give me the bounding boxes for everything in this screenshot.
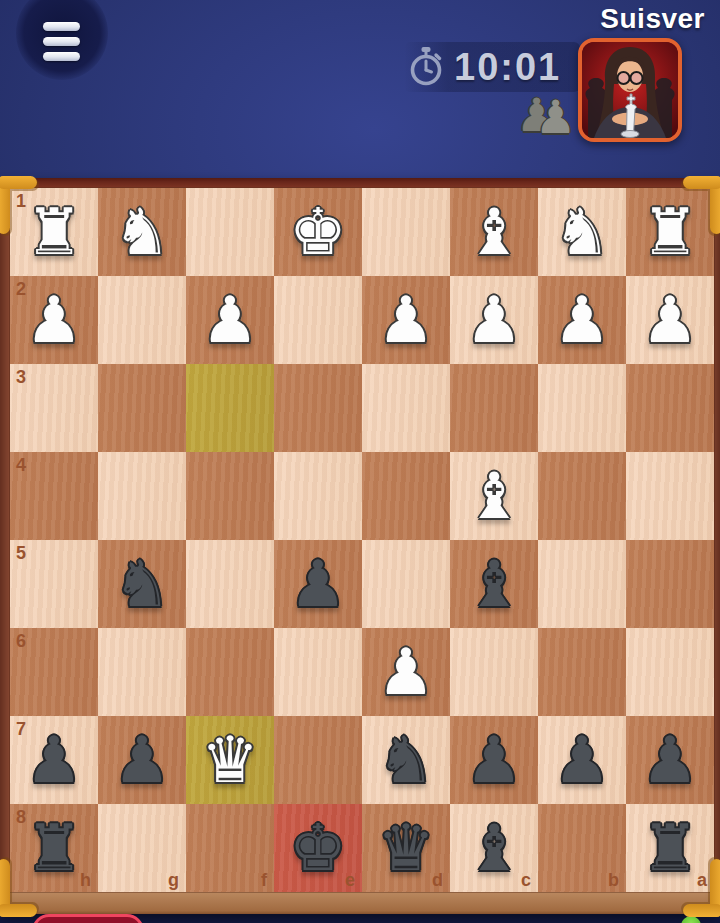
square-c7[interactable]: ♟: [450, 716, 538, 804]
square-f5[interactable]: [186, 540, 274, 628]
square-b6[interactable]: [538, 628, 626, 716]
square-e7[interactable]: [274, 716, 362, 804]
app-screen: Suisver 10:01 ♟ ♟: [0, 0, 720, 923]
file-label-c: c: [521, 870, 531, 891]
square-e3[interactable]: [274, 364, 362, 452]
square-h3[interactable]: 3: [10, 364, 98, 452]
captured-pieces-tray: ♟ ♟: [516, 92, 580, 148]
square-h2[interactable]: 2♟: [10, 276, 98, 364]
black-pawn-g7[interactable]: ♟: [113, 728, 170, 792]
square-b7[interactable]: ♟: [538, 716, 626, 804]
opponent-name: Suisver: [600, 3, 705, 35]
player-status-dot: [681, 916, 701, 923]
black-knight-d7[interactable]: ♞: [377, 728, 434, 792]
rank-label-8: 8: [16, 807, 26, 828]
square-d8[interactable]: d♛: [362, 804, 450, 892]
rank-label-4: 4: [16, 455, 26, 476]
rank-label-5: 5: [16, 543, 26, 564]
stopwatch-icon: [408, 46, 444, 88]
square-g3[interactable]: [98, 364, 186, 452]
square-h7[interactable]: 7♟: [10, 716, 98, 804]
opponent-avatar[interactable]: [578, 38, 682, 142]
square-h5[interactable]: 5: [10, 540, 98, 628]
rank-label-7: 7: [16, 719, 26, 740]
file-label-d: d: [432, 870, 443, 891]
opponent-timer: 10:01: [404, 42, 580, 92]
square-a8[interactable]: a♜: [626, 804, 714, 892]
square-d4[interactable]: [362, 452, 450, 540]
captured-black-pawn-icon: ♟: [535, 94, 576, 140]
rank-label-3: 3: [16, 367, 26, 388]
hamburger-bar: [43, 22, 80, 31]
square-b2[interactable]: ♟: [538, 276, 626, 364]
square-h4[interactable]: 4: [10, 452, 98, 540]
square-f4[interactable]: [186, 452, 274, 540]
square-g1[interactable]: ♞: [98, 188, 186, 276]
square-d7[interactable]: ♞: [362, 716, 450, 804]
square-f7[interactable]: ♛: [186, 716, 274, 804]
file-label-a: a: [697, 870, 707, 891]
square-g6[interactable]: [98, 628, 186, 716]
square-g4[interactable]: [98, 452, 186, 540]
black-knight-g5[interactable]: ♞: [113, 552, 170, 616]
square-d1[interactable]: [362, 188, 450, 276]
timer-value: 10:01: [454, 46, 561, 89]
white-pawn-d6[interactable]: ♟: [377, 640, 434, 704]
square-c5[interactable]: ♝: [450, 540, 538, 628]
square-f3[interactable]: [186, 364, 274, 452]
square-c8[interactable]: c♝: [450, 804, 538, 892]
square-f6[interactable]: [186, 628, 274, 716]
square-d6[interactable]: ♟: [362, 628, 450, 716]
square-d3[interactable]: [362, 364, 450, 452]
square-f8[interactable]: f: [186, 804, 274, 892]
avatar-illustration: [582, 42, 678, 138]
square-g7[interactable]: ♟: [98, 716, 186, 804]
square-f1[interactable]: [186, 188, 274, 276]
square-g2[interactable]: [98, 276, 186, 364]
square-c3[interactable]: [450, 364, 538, 452]
black-bishop-c5[interactable]: ♝: [465, 552, 522, 616]
white-knight-b1[interactable]: ♞: [553, 200, 610, 264]
chess-board: 1♜♞♚♝♞♜2♟♟♟♟♟♟34♝5♞♟♝6♟7♟♟♛♞♟♟♟8h♜gfe♚d♛…: [0, 178, 720, 914]
square-a4[interactable]: [626, 452, 714, 540]
square-g8[interactable]: g: [98, 804, 186, 892]
rank-label-1: 1: [16, 191, 26, 212]
rank-label-2: 2: [16, 279, 26, 300]
square-c6[interactable]: [450, 628, 538, 716]
square-e5[interactable]: ♟: [274, 540, 362, 628]
white-pawn-h2[interactable]: ♟: [25, 288, 82, 352]
square-a1[interactable]: ♜: [626, 188, 714, 276]
file-label-f: f: [261, 870, 267, 891]
white-queen-f7[interactable]: ♛: [201, 728, 258, 792]
white-bishop-c1[interactable]: ♝: [465, 200, 522, 264]
hamburger-bar: [43, 37, 80, 46]
square-e6[interactable]: [274, 628, 362, 716]
bottom-left-button[interactable]: [32, 914, 144, 923]
square-d5[interactable]: [362, 540, 450, 628]
white-rook-h1[interactable]: ♜: [25, 200, 82, 264]
square-c2[interactable]: ♟: [450, 276, 538, 364]
black-queen-d8[interactable]: ♛: [377, 816, 434, 880]
white-king-e1[interactable]: ♚: [289, 200, 346, 264]
square-g5[interactable]: ♞: [98, 540, 186, 628]
square-e4[interactable]: [274, 452, 362, 540]
menu-button[interactable]: [16, 0, 108, 80]
square-a2[interactable]: ♟: [626, 276, 714, 364]
file-label-g: g: [168, 870, 179, 891]
black-pawn-c7[interactable]: ♟: [465, 728, 522, 792]
square-a3[interactable]: [626, 364, 714, 452]
file-label-b: b: [608, 870, 619, 891]
square-b3[interactable]: [538, 364, 626, 452]
black-rook-h8[interactable]: ♜: [25, 816, 82, 880]
white-pawn-a2[interactable]: ♟: [641, 288, 698, 352]
square-h1[interactable]: 1♜: [10, 188, 98, 276]
square-c4[interactable]: ♝: [450, 452, 538, 540]
square-e8[interactable]: e♚: [274, 804, 362, 892]
black-pawn-b7[interactable]: ♟: [553, 728, 610, 792]
file-label-e: e: [345, 870, 355, 891]
square-h6[interactable]: 6: [10, 628, 98, 716]
white-pawn-b2[interactable]: ♟: [553, 288, 610, 352]
square-h8[interactable]: 8h♜: [10, 804, 98, 892]
square-b4[interactable]: [538, 452, 626, 540]
black-pawn-e5[interactable]: ♟: [289, 552, 346, 616]
white-knight-g1[interactable]: ♞: [113, 200, 170, 264]
square-a5[interactable]: [626, 540, 714, 628]
square-c1[interactable]: ♝: [450, 188, 538, 276]
square-b1[interactable]: ♞: [538, 188, 626, 276]
white-pawn-c2[interactable]: ♟: [465, 288, 522, 352]
square-f2[interactable]: ♟: [186, 276, 274, 364]
black-pawn-a7[interactable]: ♟: [641, 728, 698, 792]
square-e2[interactable]: [274, 276, 362, 364]
square-d2[interactable]: ♟: [362, 276, 450, 364]
white-rook-a1[interactable]: ♜: [641, 200, 698, 264]
black-pawn-h7[interactable]: ♟: [25, 728, 82, 792]
square-a6[interactable]: [626, 628, 714, 716]
rank-label-6: 6: [16, 631, 26, 652]
square-b8[interactable]: b: [538, 804, 626, 892]
hamburger-icon: [43, 22, 80, 61]
square-b5[interactable]: [538, 540, 626, 628]
hamburger-bar: [43, 52, 80, 61]
square-e1[interactable]: ♚: [274, 188, 362, 276]
square-a7[interactable]: ♟: [626, 716, 714, 804]
black-king-e8[interactable]: ♚: [289, 816, 346, 880]
white-pawn-f2[interactable]: ♟: [201, 288, 258, 352]
file-label-h: h: [80, 870, 91, 891]
black-rook-a8[interactable]: ♜: [641, 816, 698, 880]
white-pawn-d2[interactable]: ♟: [377, 288, 434, 352]
black-bishop-c8[interactable]: ♝: [465, 816, 522, 880]
white-bishop-c4[interactable]: ♝: [465, 464, 522, 528]
board-grid: 1♜♞♚♝♞♜2♟♟♟♟♟♟34♝5♞♟♝6♟7♟♟♛♞♟♟♟8h♜gfe♚d♛…: [10, 188, 714, 892]
